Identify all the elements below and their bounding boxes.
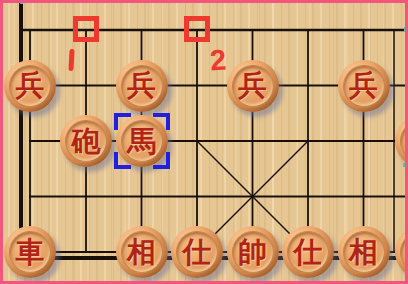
piece-character: 兵 <box>338 60 390 112</box>
piece-red-horse[interactable]: 馬 <box>395 226 408 278</box>
piece-red-soldier[interactable]: 兵 <box>4 60 56 112</box>
edge-artifact <box>404 27 408 31</box>
piece-character: 相 <box>338 226 390 278</box>
piece-character: 砲 <box>60 115 112 167</box>
piece-red-elephant[interactable]: 相 <box>116 226 168 278</box>
piece-character: 兵 <box>116 60 168 112</box>
piece-character: 砲 <box>395 115 408 167</box>
piece-character: 仕 <box>171 226 223 278</box>
piece-red-soldier[interactable]: 兵 <box>116 60 168 112</box>
piece-red-advisor[interactable]: 仕 <box>282 226 334 278</box>
edge-artifact <box>403 163 408 167</box>
piece-red-general[interactable]: 帥 <box>227 226 279 278</box>
bracket-corner-br <box>153 152 170 169</box>
selection-brackets <box>114 113 170 169</box>
piece-red-chariot[interactable]: 車 <box>4 226 56 278</box>
piece-red-cannon[interactable]: 砲 <box>60 115 112 167</box>
piece-character: 兵 <box>227 60 279 112</box>
piece-red-advisor[interactable]: 仕 <box>171 226 223 278</box>
move-marker-label-2: 2 <box>209 45 227 75</box>
bracket-corner-tl <box>114 113 131 130</box>
piece-red-soldier[interactable]: 兵 <box>338 60 390 112</box>
piece-red-cannon[interactable]: 砲 <box>395 115 408 167</box>
move-marker-square-2[interactable] <box>184 16 210 42</box>
piece-character: 車 <box>4 226 56 278</box>
piece-character: 仕 <box>282 226 334 278</box>
piece-character: 相 <box>116 226 168 278</box>
piece-character: 馬 <box>395 226 408 278</box>
edge-artifact <box>20 0 23 4</box>
piece-red-soldier[interactable]: 兵 <box>227 60 279 112</box>
xiangqi-board[interactable]: 兵兵兵兵砲馬車相仕帥仕相砲馬2 <box>0 0 408 284</box>
piece-red-elephant[interactable]: 相 <box>338 226 390 278</box>
piece-character: 兵 <box>4 60 56 112</box>
bracket-corner-bl <box>114 152 131 169</box>
bracket-corner-tr <box>153 113 170 130</box>
piece-character: 帥 <box>227 226 279 278</box>
move-marker-square-1[interactable] <box>73 16 99 42</box>
